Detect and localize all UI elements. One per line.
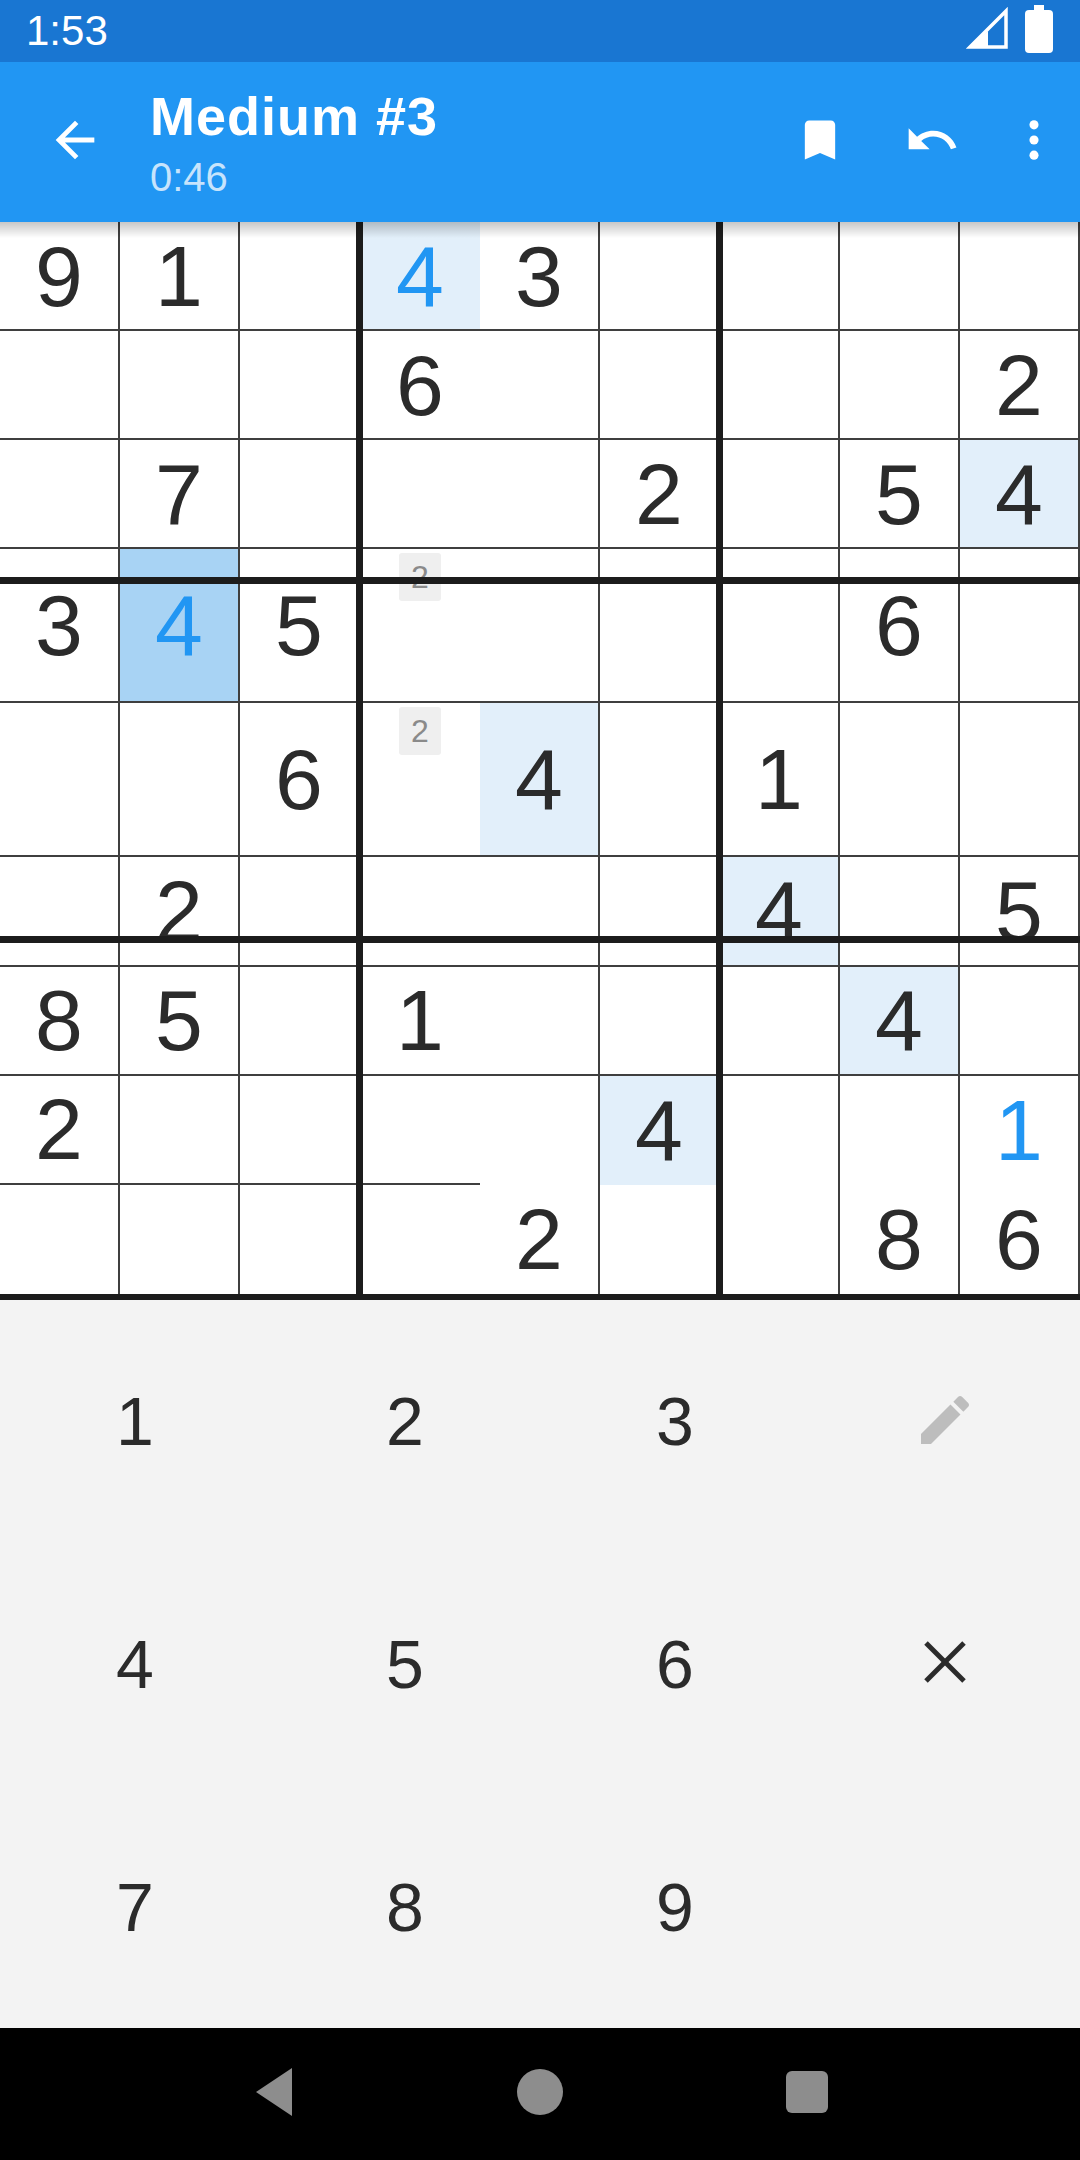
cell-r3c9[interactable]: 4 <box>960 440 1080 549</box>
cell-r2c2[interactable] <box>120 331 240 440</box>
title-block: Medium #3 0:46 <box>150 85 764 200</box>
app-bar: Medium #3 0:46 <box>0 62 1080 222</box>
nav-home-button[interactable] <box>480 2028 600 2160</box>
cell-value: 4 <box>635 1087 683 1173</box>
cell-r6c4[interactable] <box>360 857 480 966</box>
cell-r3c8[interactable]: 5 <box>840 440 960 549</box>
cell-r7c2[interactable]: 5 <box>120 967 240 1076</box>
cell-r6c5[interactable] <box>480 857 600 966</box>
cell-r8c9[interactable]: 1 <box>960 1076 1080 1185</box>
cell-r7c6[interactable] <box>600 967 720 1076</box>
cell-r4c7[interactable] <box>720 549 840 703</box>
nav-home-icon <box>514 2066 566 2122</box>
cell-r8c6[interactable]: 4 <box>600 1076 720 1185</box>
cell-value: 1 <box>396 977 444 1063</box>
pencil-notes: 2 <box>360 703 480 855</box>
more-vert-icon <box>1008 114 1060 170</box>
cell-r6c3[interactable] <box>240 857 360 966</box>
key-3[interactable]: 3 <box>540 1300 810 1543</box>
cell-value: 1 <box>755 736 803 822</box>
cell-r9c2[interactable] <box>120 1185 240 1294</box>
cell-r8c3[interactable] <box>240 1076 360 1185</box>
key-2[interactable]: 2 <box>270 1300 540 1543</box>
cell-r2c8[interactable] <box>840 331 960 440</box>
cell-r3c5[interactable] <box>480 440 600 549</box>
cell-value: 2 <box>515 1196 563 1282</box>
cell-r7c8[interactable]: 4 <box>840 967 960 1076</box>
cell-r9c7[interactable] <box>720 1185 840 1294</box>
cell-value: 6 <box>396 342 444 428</box>
cell-r4c5[interactable] <box>480 549 600 703</box>
key-label: 8 <box>386 1868 424 1946</box>
cell-value: 2 <box>155 868 203 954</box>
cell-r9c6[interactable] <box>600 1185 720 1294</box>
cell-r1c2[interactable]: 1 <box>120 222 240 331</box>
cell-r8c8[interactable] <box>840 1076 960 1185</box>
pencil-notes: 2 <box>360 549 480 701</box>
cell-r3c4[interactable] <box>360 440 480 549</box>
cell-r6c9[interactable]: 5 <box>960 857 1080 966</box>
nav-back-button[interactable] <box>213 2028 333 2160</box>
cell-value: 8 <box>35 977 83 1063</box>
cell-r9c9[interactable]: 6 <box>960 1185 1080 1294</box>
cell-value: 8 <box>875 1196 923 1282</box>
status-time: 1:53 <box>26 0 108 62</box>
cell-r4c1[interactable]: 3 <box>0 549 120 703</box>
cell-r5c5[interactable]: 4 <box>480 703 600 857</box>
cell-r6c6[interactable] <box>600 857 720 966</box>
cell-r2c9[interactable]: 2 <box>960 331 1080 440</box>
cell-r3c3[interactable] <box>240 440 360 549</box>
cell-value: 3 <box>35 582 83 668</box>
cell-value: 6 <box>995 1196 1043 1282</box>
cell-r2c6[interactable] <box>600 331 720 440</box>
cell-r1c4[interactable]: 4 <box>360 222 480 331</box>
back-button[interactable] <box>0 62 150 222</box>
cell-value: 4 <box>995 451 1043 537</box>
key-7[interactable]: 7 <box>0 1785 270 2028</box>
cell-r8c5[interactable] <box>480 1076 600 1185</box>
key-9[interactable]: 9 <box>540 1785 810 2028</box>
cell-r6c2[interactable]: 2 <box>120 857 240 966</box>
pencil-mode-button[interactable] <box>810 1300 1080 1543</box>
number-keypad: 123456789 <box>0 1300 1080 2028</box>
cell-r2c5[interactable] <box>480 331 600 440</box>
game-timer: 0:46 <box>150 155 764 200</box>
cell-r4c6[interactable] <box>600 549 720 703</box>
key-5[interactable]: 5 <box>270 1543 540 1786</box>
cell-r4c2[interactable]: 4 <box>120 549 240 703</box>
sudoku-board: 91436272543452662412458514241286 <box>0 222 1080 1300</box>
key-label: 5 <box>386 1625 424 1703</box>
status-bar: 1:53 <box>0 0 1080 62</box>
cell-r7c4[interactable]: 1 <box>360 967 480 1076</box>
cell-value: 7 <box>155 451 203 537</box>
cell-r8c4[interactable] <box>360 1076 480 1185</box>
cell-r7c5[interactable] <box>480 967 600 1076</box>
android-nav-bar <box>0 2028 1080 2160</box>
cell-r1c9[interactable] <box>960 222 1080 331</box>
cell-r7c1[interactable]: 8 <box>0 967 120 1076</box>
cell-r2c3[interactable] <box>240 331 360 440</box>
cell-r9c1[interactable] <box>0 1185 120 1294</box>
cell-value: 9 <box>35 233 83 319</box>
cell-r3c7[interactable] <box>720 440 840 549</box>
cell-r2c1[interactable] <box>0 331 120 440</box>
key-4[interactable]: 4 <box>0 1543 270 1786</box>
cell-r5c1[interactable] <box>0 703 120 857</box>
cell-r6c7[interactable]: 4 <box>720 857 840 966</box>
key-1[interactable]: 1 <box>0 1300 270 1543</box>
cell-r8c1[interactable]: 2 <box>0 1076 120 1185</box>
cell-r3c6[interactable]: 2 <box>600 440 720 549</box>
cell-r4c9[interactable] <box>960 549 1080 703</box>
cell-r7c9[interactable] <box>960 967 1080 1076</box>
cell-r2c7[interactable] <box>720 331 840 440</box>
note-digit: 2 <box>399 707 441 755</box>
cell-value: 5 <box>275 582 323 668</box>
nav-back-icon <box>250 2066 296 2122</box>
cell-value: 5 <box>155 977 203 1063</box>
cell-value: 2 <box>995 342 1043 428</box>
arrow-back-icon <box>46 111 104 173</box>
key-label: 9 <box>656 1868 694 1946</box>
status-icons <box>966 5 1054 57</box>
key-8[interactable]: 8 <box>270 1785 540 2028</box>
cell-r1c3[interactable] <box>240 222 360 331</box>
cell-r3c2[interactable]: 7 <box>120 440 240 549</box>
cell-r5c6[interactable] <box>600 703 720 857</box>
cell-value: 6 <box>875 582 923 668</box>
cell-r8c2[interactable] <box>120 1076 240 1185</box>
cell-r3c1[interactable] <box>0 440 120 549</box>
undo-icon <box>904 112 960 172</box>
key-label: 1 <box>116 1382 154 1460</box>
note-digit: 2 <box>399 553 441 601</box>
cell-value: 5 <box>875 451 923 537</box>
cell-value: 3 <box>515 233 563 319</box>
cell-r5c2[interactable] <box>120 703 240 857</box>
cell-r8c7[interactable] <box>720 1076 840 1185</box>
cell-r5c9[interactable] <box>960 703 1080 857</box>
nav-recents-button[interactable] <box>747 2028 867 2160</box>
cell-r4c8[interactable]: 6 <box>840 549 960 703</box>
cell-value: 6 <box>275 736 323 822</box>
cell-r7c3[interactable] <box>240 967 360 1076</box>
cell-r9c5[interactable]: 2 <box>480 1185 600 1294</box>
cellular-signal-icon <box>966 7 1010 55</box>
cell-r1c8[interactable] <box>840 222 960 331</box>
nav-recents-icon <box>784 2069 830 2119</box>
key-empty <box>810 1785 1080 2028</box>
cell-r5c7[interactable]: 1 <box>720 703 840 857</box>
erase-button[interactable] <box>810 1543 1080 1786</box>
cell-value: 1 <box>155 233 203 319</box>
cell-r1c6[interactable] <box>600 222 720 331</box>
cell-value: 1 <box>995 1087 1043 1173</box>
key-label: 7 <box>116 1868 154 1946</box>
key-label: 2 <box>386 1382 424 1460</box>
undo-button[interactable] <box>876 62 988 222</box>
cell-value: 2 <box>35 1086 83 1172</box>
page-title: Medium #3 <box>150 85 764 147</box>
cell-value: 4 <box>396 233 444 319</box>
cell-value: 2 <box>635 451 683 537</box>
bookmark-icon <box>794 114 846 170</box>
cell-value: 5 <box>995 868 1043 954</box>
cell-r1c5[interactable]: 3 <box>480 222 600 331</box>
key-6[interactable]: 6 <box>540 1543 810 1786</box>
appbar-actions <box>764 62 1080 222</box>
cell-r4c4[interactable]: 2 <box>360 549 480 703</box>
battery-icon <box>1024 5 1054 57</box>
cell-r9c3[interactable] <box>240 1185 360 1294</box>
cell-r5c8[interactable] <box>840 703 960 857</box>
cell-r6c1[interactable] <box>0 857 120 966</box>
cell-value: 4 <box>515 736 563 822</box>
cell-r5c4[interactable]: 2 <box>360 703 480 857</box>
pencil-icon <box>913 1388 977 1455</box>
cell-r5c3[interactable]: 6 <box>240 703 360 857</box>
sudoku-app-screen: 1:53 Med <box>0 0 1080 2160</box>
key-label: 3 <box>656 1382 694 1460</box>
key-label: 4 <box>116 1625 154 1703</box>
key-label: 6 <box>656 1625 694 1703</box>
bookmark-button[interactable] <box>764 62 876 222</box>
cell-r9c8[interactable]: 8 <box>840 1185 960 1294</box>
cell-value: 4 <box>755 868 803 954</box>
cell-value: 4 <box>875 977 923 1063</box>
cell-r1c1[interactable]: 9 <box>0 222 120 331</box>
cell-r4c3[interactable]: 5 <box>240 549 360 703</box>
cell-r1c7[interactable] <box>720 222 840 331</box>
erase-icon <box>918 1635 972 1692</box>
cell-value: 4 <box>155 582 203 668</box>
cell-r7c7[interactable] <box>720 967 840 1076</box>
overflow-menu-button[interactable] <box>988 62 1080 222</box>
cell-r9c4[interactable] <box>360 1185 480 1294</box>
cell-r2c4[interactable]: 6 <box>360 331 480 440</box>
cell-r6c8[interactable] <box>840 857 960 966</box>
